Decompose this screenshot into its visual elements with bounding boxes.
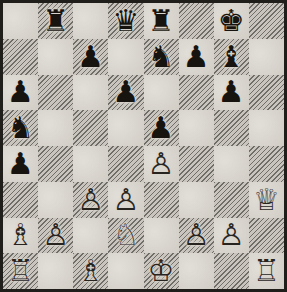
black-rook: ♜: [148, 6, 175, 36]
square-e1[interactable]: ♔: [144, 253, 179, 289]
black-knight: ♞: [148, 42, 175, 72]
white-pawn: ♙: [77, 185, 104, 215]
square-b5[interactable]: [38, 110, 73, 146]
square-a5[interactable]: ♞: [3, 110, 38, 146]
square-d7[interactable]: [108, 39, 143, 75]
square-e3[interactable]: [144, 182, 179, 218]
square-a4[interactable]: ♟: [3, 146, 38, 182]
white-bishop: ♗: [7, 220, 34, 250]
square-e2[interactable]: [144, 218, 179, 254]
square-b4[interactable]: [38, 146, 73, 182]
square-g6[interactable]: ♟: [214, 75, 249, 111]
square-b2[interactable]: ♙: [38, 218, 73, 254]
white-queen: ♕: [253, 185, 280, 215]
white-pawn: ♙: [42, 220, 69, 250]
square-a6[interactable]: ♟: [3, 75, 38, 111]
square-c5[interactable]: [73, 110, 108, 146]
black-queen: ♛: [112, 6, 139, 36]
square-g1[interactable]: [214, 253, 249, 289]
square-f2[interactable]: ♙: [179, 218, 214, 254]
square-b7[interactable]: [38, 39, 73, 75]
square-f6[interactable]: [179, 75, 214, 111]
square-h4[interactable]: [249, 146, 284, 182]
square-c6[interactable]: [73, 75, 108, 111]
square-d1[interactable]: [108, 253, 143, 289]
square-g8[interactable]: ♚: [214, 3, 249, 39]
white-pawn: ♙: [218, 220, 245, 250]
square-g5[interactable]: [214, 110, 249, 146]
square-g7[interactable]: ♝: [214, 39, 249, 75]
black-pawn: ♟: [7, 149, 34, 179]
square-a3[interactable]: [3, 182, 38, 218]
square-g4[interactable]: [214, 146, 249, 182]
square-f3[interactable]: [179, 182, 214, 218]
square-c8[interactable]: [73, 3, 108, 39]
square-h6[interactable]: [249, 75, 284, 111]
square-d3[interactable]: ♙: [108, 182, 143, 218]
square-h8[interactable]: [249, 3, 284, 39]
white-pawn: ♙: [148, 149, 175, 179]
square-d2[interactable]: ♘: [108, 218, 143, 254]
square-c7[interactable]: ♟: [73, 39, 108, 75]
black-pawn: ♟: [218, 77, 245, 107]
white-pawn: ♙: [183, 220, 210, 250]
square-c3[interactable]: ♙: [73, 182, 108, 218]
white-knight: ♘: [112, 220, 139, 250]
black-pawn: ♟: [148, 113, 175, 143]
black-knight: ♞: [7, 113, 34, 143]
white-king: ♔: [148, 256, 175, 286]
square-a7[interactable]: [3, 39, 38, 75]
square-g3[interactable]: [214, 182, 249, 218]
black-rook: ♜: [42, 6, 69, 36]
black-pawn: ♟: [77, 42, 104, 72]
square-f4[interactable]: [179, 146, 214, 182]
square-g2[interactable]: ♙: [214, 218, 249, 254]
board-frame: ♜♛♜♚♟♞♟♝♟♟♟♞♟♟♙♙♙♕♗♙♘♙♙♖♗♔♖: [0, 0, 287, 292]
black-pawn: ♟: [183, 42, 210, 72]
square-f7[interactable]: ♟: [179, 39, 214, 75]
black-pawn: ♟: [112, 77, 139, 107]
square-b8[interactable]: ♜: [38, 3, 73, 39]
chess-board: ♜♛♜♚♟♞♟♝♟♟♟♞♟♟♙♙♙♕♗♙♘♙♙♖♗♔♖: [3, 3, 284, 289]
square-h5[interactable]: [249, 110, 284, 146]
white-rook: ♖: [7, 256, 34, 286]
square-d4[interactable]: [108, 146, 143, 182]
black-pawn: ♟: [7, 77, 34, 107]
square-h2[interactable]: [249, 218, 284, 254]
square-f5[interactable]: [179, 110, 214, 146]
black-king: ♚: [218, 6, 245, 36]
white-rook: ♖: [253, 256, 280, 286]
square-a8[interactable]: [3, 3, 38, 39]
square-c2[interactable]: [73, 218, 108, 254]
square-c4[interactable]: [73, 146, 108, 182]
square-h7[interactable]: [249, 39, 284, 75]
white-pawn: ♙: [112, 185, 139, 215]
square-e4[interactable]: ♙: [144, 146, 179, 182]
black-bishop: ♝: [218, 42, 245, 72]
square-f8[interactable]: [179, 3, 214, 39]
square-f1[interactable]: [179, 253, 214, 289]
square-b1[interactable]: [38, 253, 73, 289]
square-e6[interactable]: [144, 75, 179, 111]
square-d8[interactable]: ♛: [108, 3, 143, 39]
square-e8[interactable]: ♜: [144, 3, 179, 39]
square-b3[interactable]: [38, 182, 73, 218]
square-a2[interactable]: ♗: [3, 218, 38, 254]
white-bishop: ♗: [77, 256, 104, 286]
square-e7[interactable]: ♞: [144, 39, 179, 75]
square-d5[interactable]: [108, 110, 143, 146]
square-a1[interactable]: ♖: [3, 253, 38, 289]
square-e5[interactable]: ♟: [144, 110, 179, 146]
square-b6[interactable]: [38, 75, 73, 111]
square-c1[interactable]: ♗: [73, 253, 108, 289]
square-h1[interactable]: ♖: [249, 253, 284, 289]
square-d6[interactable]: ♟: [108, 75, 143, 111]
square-h3[interactable]: ♕: [249, 182, 284, 218]
